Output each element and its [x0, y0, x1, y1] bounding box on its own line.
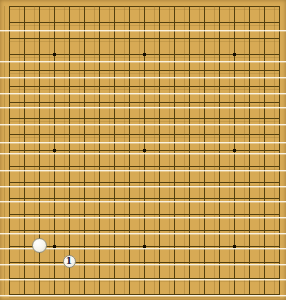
stone-white-E3-move-1[interactable]: 1	[63, 255, 76, 268]
go-board[interactable]: 1	[0, 0, 286, 300]
board-stones: 1	[0, 0, 286, 300]
stone-white-C4[interactable]	[32, 238, 47, 253]
move-number-label: 1	[66, 257, 72, 266]
